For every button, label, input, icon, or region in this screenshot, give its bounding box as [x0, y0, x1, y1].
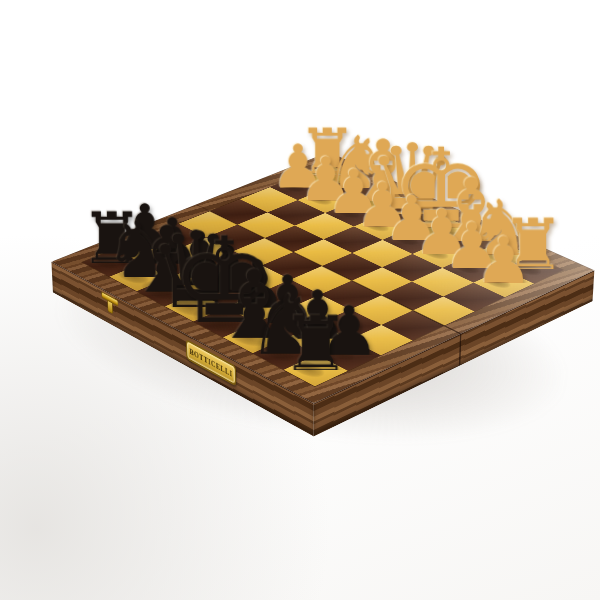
- board-square[interactable]: [443, 282, 505, 311]
- chess-board: BOTTICELLI ♜♞♝♛♚♝♞♜♟♟♟♟♟♟♟♟♟♟♟♟♟♟♟♟♜♞♝♛♚…: [51, 152, 594, 404]
- box-fold-seam-side: [459, 334, 461, 366]
- photo-stage: BOTTICELLI ♜♞♝♛♚♝♞♜♟♟♟♟♟♟♟♟♟♟♟♟♟♟♟♟♜♞♝♛♚…: [0, 0, 600, 600]
- piece-black-rook[interactable]: ♜: [235, 198, 397, 370]
- scene-3d: BOTTICELLI ♜♞♝♛♚♝♞♜♟♟♟♟♟♟♟♟♟♟♟♟♟♟♟♟♜♞♝♛♚…: [0, 0, 600, 600]
- piece-white-pawn[interactable]: ♟: [428, 121, 580, 283]
- brass-latch-stem: [107, 300, 113, 314]
